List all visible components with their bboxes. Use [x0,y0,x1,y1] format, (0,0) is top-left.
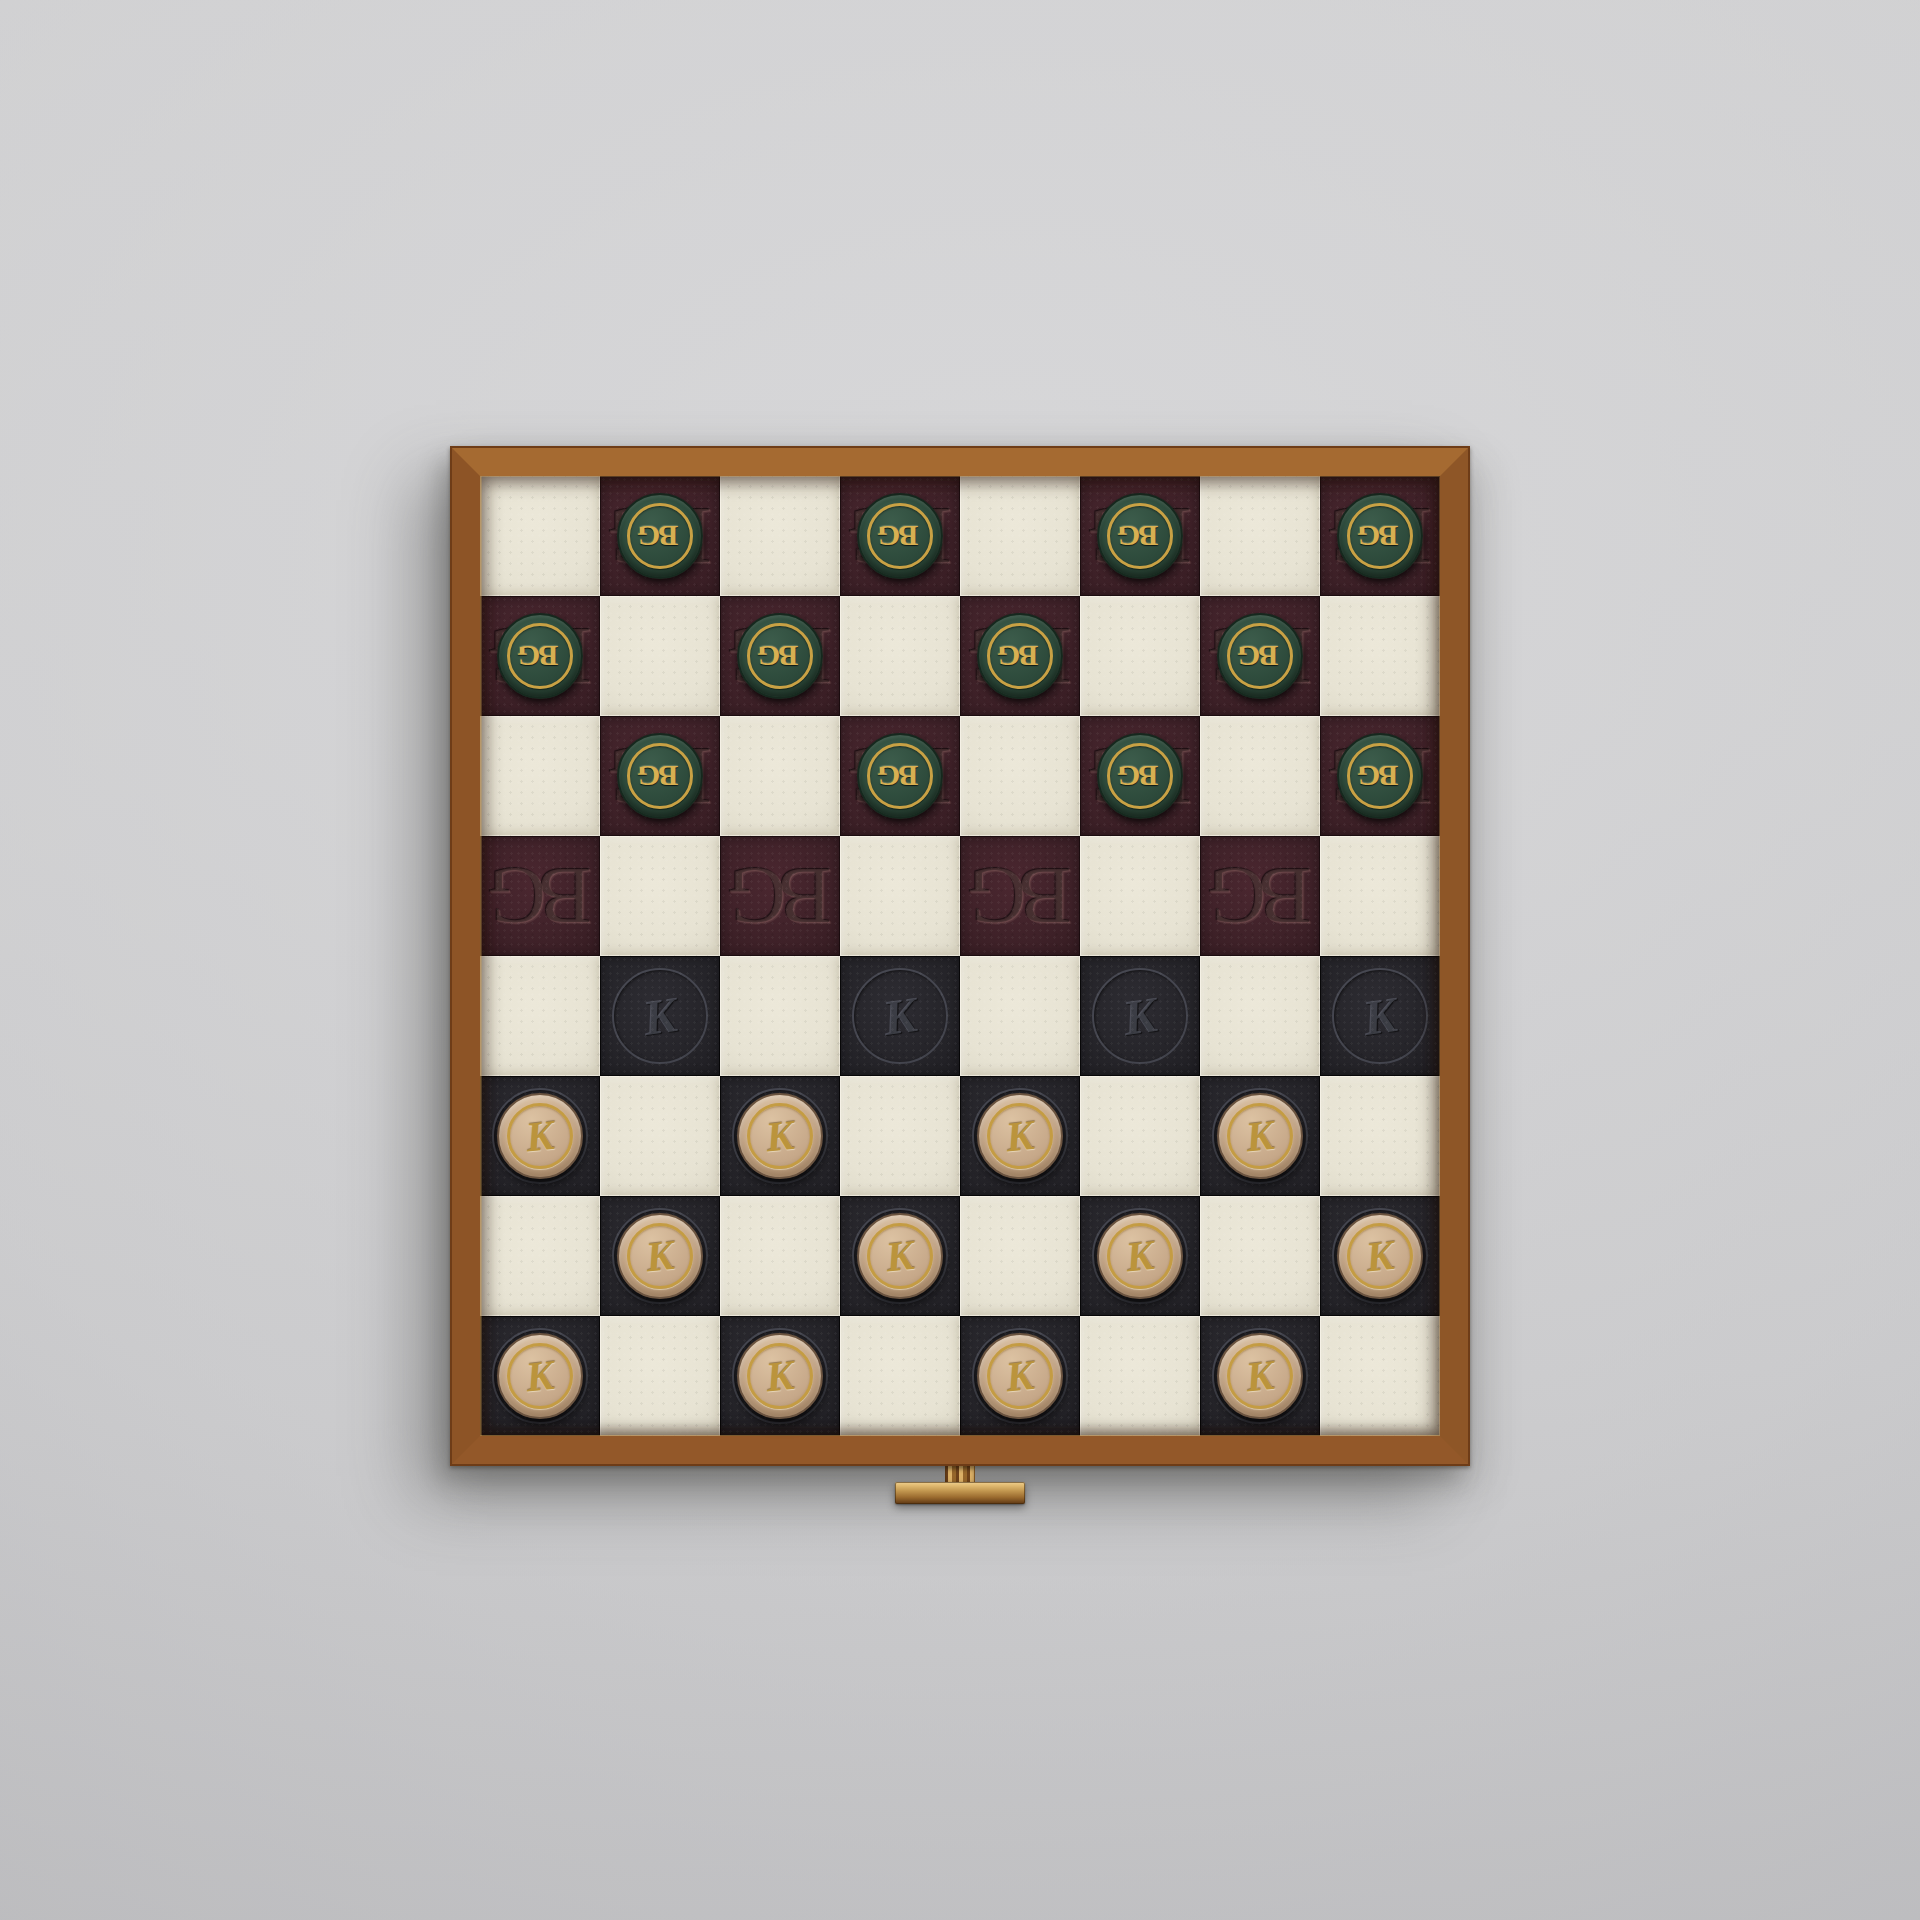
square-b2[interactable]: KK [600,1196,720,1316]
square-f7 [1080,596,1200,716]
checker-green-bg[interactable]: BG [1217,613,1303,699]
checker-tan-k[interactable]: K [977,1333,1063,1419]
square-a3[interactable]: KK [480,1076,600,1196]
square-e3[interactable]: KK [960,1076,1080,1196]
piece-monogram: K [1244,1114,1276,1159]
square-d1 [840,1316,960,1436]
piece-monogram: K [524,1114,556,1159]
square-g8 [1200,476,1320,596]
checker-green-bg[interactable]: BG [857,493,943,579]
square-h4[interactable]: K [1320,956,1440,1076]
square-d2[interactable]: KK [840,1196,960,1316]
checker-tan-k[interactable]: K [737,1333,823,1419]
square-b5 [600,836,720,956]
piece-monogram: BG [639,521,680,551]
square-c5[interactable]: BG [720,836,840,956]
piece-monogram: K [1244,1354,1276,1399]
embossed-k-monogram: K [1332,968,1428,1064]
square-a7[interactable]: BGBG [480,596,600,716]
square-f3 [1080,1076,1200,1196]
embossed-k-monogram: K [612,968,708,1064]
square-h3 [1320,1076,1440,1196]
square-d5 [840,836,960,956]
square-h2[interactable]: KK [1320,1196,1440,1316]
embossed-bg-monogram: BG [720,836,840,956]
square-f4[interactable]: K [1080,956,1200,1076]
square-f5 [1080,836,1200,956]
checkers-board: BGBGBGBGBGBGBGBGBGBGBGBGBGBGBGBGBGBGBGBG… [450,446,1470,1466]
square-b3 [600,1076,720,1196]
checker-green-bg[interactable]: BG [617,493,703,579]
handle-bar [895,1482,1025,1504]
embossed-bg-monogram: BG [1200,836,1320,956]
piece-monogram: BG [1239,641,1280,671]
checker-green-bg[interactable]: BG [1097,733,1183,819]
square-h5 [1320,836,1440,956]
square-g2 [1200,1196,1320,1316]
square-g6 [1200,716,1320,836]
checker-tan-k[interactable]: K [737,1093,823,1179]
square-a8 [480,476,600,596]
square-h7 [1320,596,1440,716]
square-a4 [480,956,600,1076]
piece-monogram: BG [1119,521,1160,551]
checker-green-bg[interactable]: BG [977,613,1063,699]
piece-monogram: K [1124,1234,1156,1279]
square-a1[interactable]: KK [480,1316,600,1436]
checker-tan-k[interactable]: K [497,1093,583,1179]
square-g5[interactable]: BG [1200,836,1320,956]
checker-tan-k[interactable]: K [857,1213,943,1299]
piece-monogram: K [524,1354,556,1399]
piece-monogram: K [764,1114,796,1159]
checker-green-bg[interactable]: BG [497,613,583,699]
embossed-bg-monogram: BG [480,836,600,956]
square-a5[interactable]: BG [480,836,600,956]
piece-monogram: K [1364,1234,1396,1279]
checker-green-bg[interactable]: BG [857,733,943,819]
square-c4 [720,956,840,1076]
checker-green-bg[interactable]: BG [1097,493,1183,579]
square-d8[interactable]: BGBG [840,476,960,596]
drawer-handle[interactable] [895,1466,1025,1504]
square-d3 [840,1076,960,1196]
square-e7[interactable]: BGBG [960,596,1080,716]
square-g4 [1200,956,1320,1076]
checker-tan-k[interactable]: K [1217,1333,1303,1419]
square-a2 [480,1196,600,1316]
square-g1[interactable]: KK [1200,1316,1320,1436]
piece-monogram: K [644,1234,676,1279]
checker-tan-k[interactable]: K [497,1333,583,1419]
square-c6 [720,716,840,836]
piece-monogram: K [1004,1354,1036,1399]
checker-tan-k[interactable]: K [1337,1213,1423,1299]
checker-green-bg[interactable]: BG [1337,493,1423,579]
square-g3[interactable]: KK [1200,1076,1320,1196]
checker-green-bg[interactable]: BG [1337,733,1423,819]
square-e5[interactable]: BG [960,836,1080,956]
piece-monogram: BG [879,761,920,791]
square-f6[interactable]: BGBG [1080,716,1200,836]
square-h8[interactable]: BGBG [1320,476,1440,596]
square-c8 [720,476,840,596]
square-d4[interactable]: K [840,956,960,1076]
checker-tan-k[interactable]: K [1097,1213,1183,1299]
embossed-k-monogram: K [852,968,948,1064]
embossed-bg-monogram: BG [960,836,1080,956]
checker-tan-k[interactable]: K [1217,1093,1303,1179]
piece-monogram: BG [1359,761,1400,791]
square-e6 [960,716,1080,836]
handle-stem [945,1466,975,1482]
piece-monogram: K [884,1234,916,1279]
square-f1 [1080,1316,1200,1436]
square-e2 [960,1196,1080,1316]
piece-monogram: BG [519,641,560,671]
square-b4[interactable]: K [600,956,720,1076]
square-e1[interactable]: KK [960,1316,1080,1436]
piece-monogram: BG [1119,761,1160,791]
square-d7 [840,596,960,716]
square-e8 [960,476,1080,596]
square-c7[interactable]: BGBG [720,596,840,716]
piece-monogram: BG [759,641,800,671]
square-h6[interactable]: BGBG [1320,716,1440,836]
checker-green-bg[interactable]: BG [737,613,823,699]
square-f2[interactable]: KK [1080,1196,1200,1316]
checker-green-bg[interactable]: BG [617,733,703,819]
square-c3[interactable]: KK [720,1076,840,1196]
checker-tan-k[interactable]: K [617,1213,703,1299]
piece-monogram: BG [639,761,680,791]
piece-monogram: BG [1359,521,1400,551]
piece-monogram: K [1004,1114,1036,1159]
piece-monogram: BG [879,521,920,551]
square-f8[interactable]: BGBG [1080,476,1200,596]
product-photo-scene: BGBGBGBGBGBGBGBGBGBGBGBGBGBGBGBGBGBGBGBG… [0,0,1920,1920]
embossed-k-monogram: K [1092,968,1188,1064]
square-a6 [480,716,600,836]
square-b6[interactable]: BGBG [600,716,720,836]
square-e4 [960,956,1080,1076]
square-b7 [600,596,720,716]
square-h1 [1320,1316,1440,1436]
square-g7[interactable]: BGBG [1200,596,1320,716]
square-b8[interactable]: BGBG [600,476,720,596]
square-b1 [600,1316,720,1436]
square-d6[interactable]: BGBG [840,716,960,836]
checker-tan-k[interactable]: K [977,1093,1063,1179]
square-c1[interactable]: KK [720,1316,840,1436]
square-c2 [720,1196,840,1316]
play-area: BGBGBGBGBGBGBGBGBGBGBGBGBGBGBGBGBGBGBGBG… [480,476,1440,1436]
piece-monogram: K [764,1354,796,1399]
piece-monogram: BG [999,641,1040,671]
